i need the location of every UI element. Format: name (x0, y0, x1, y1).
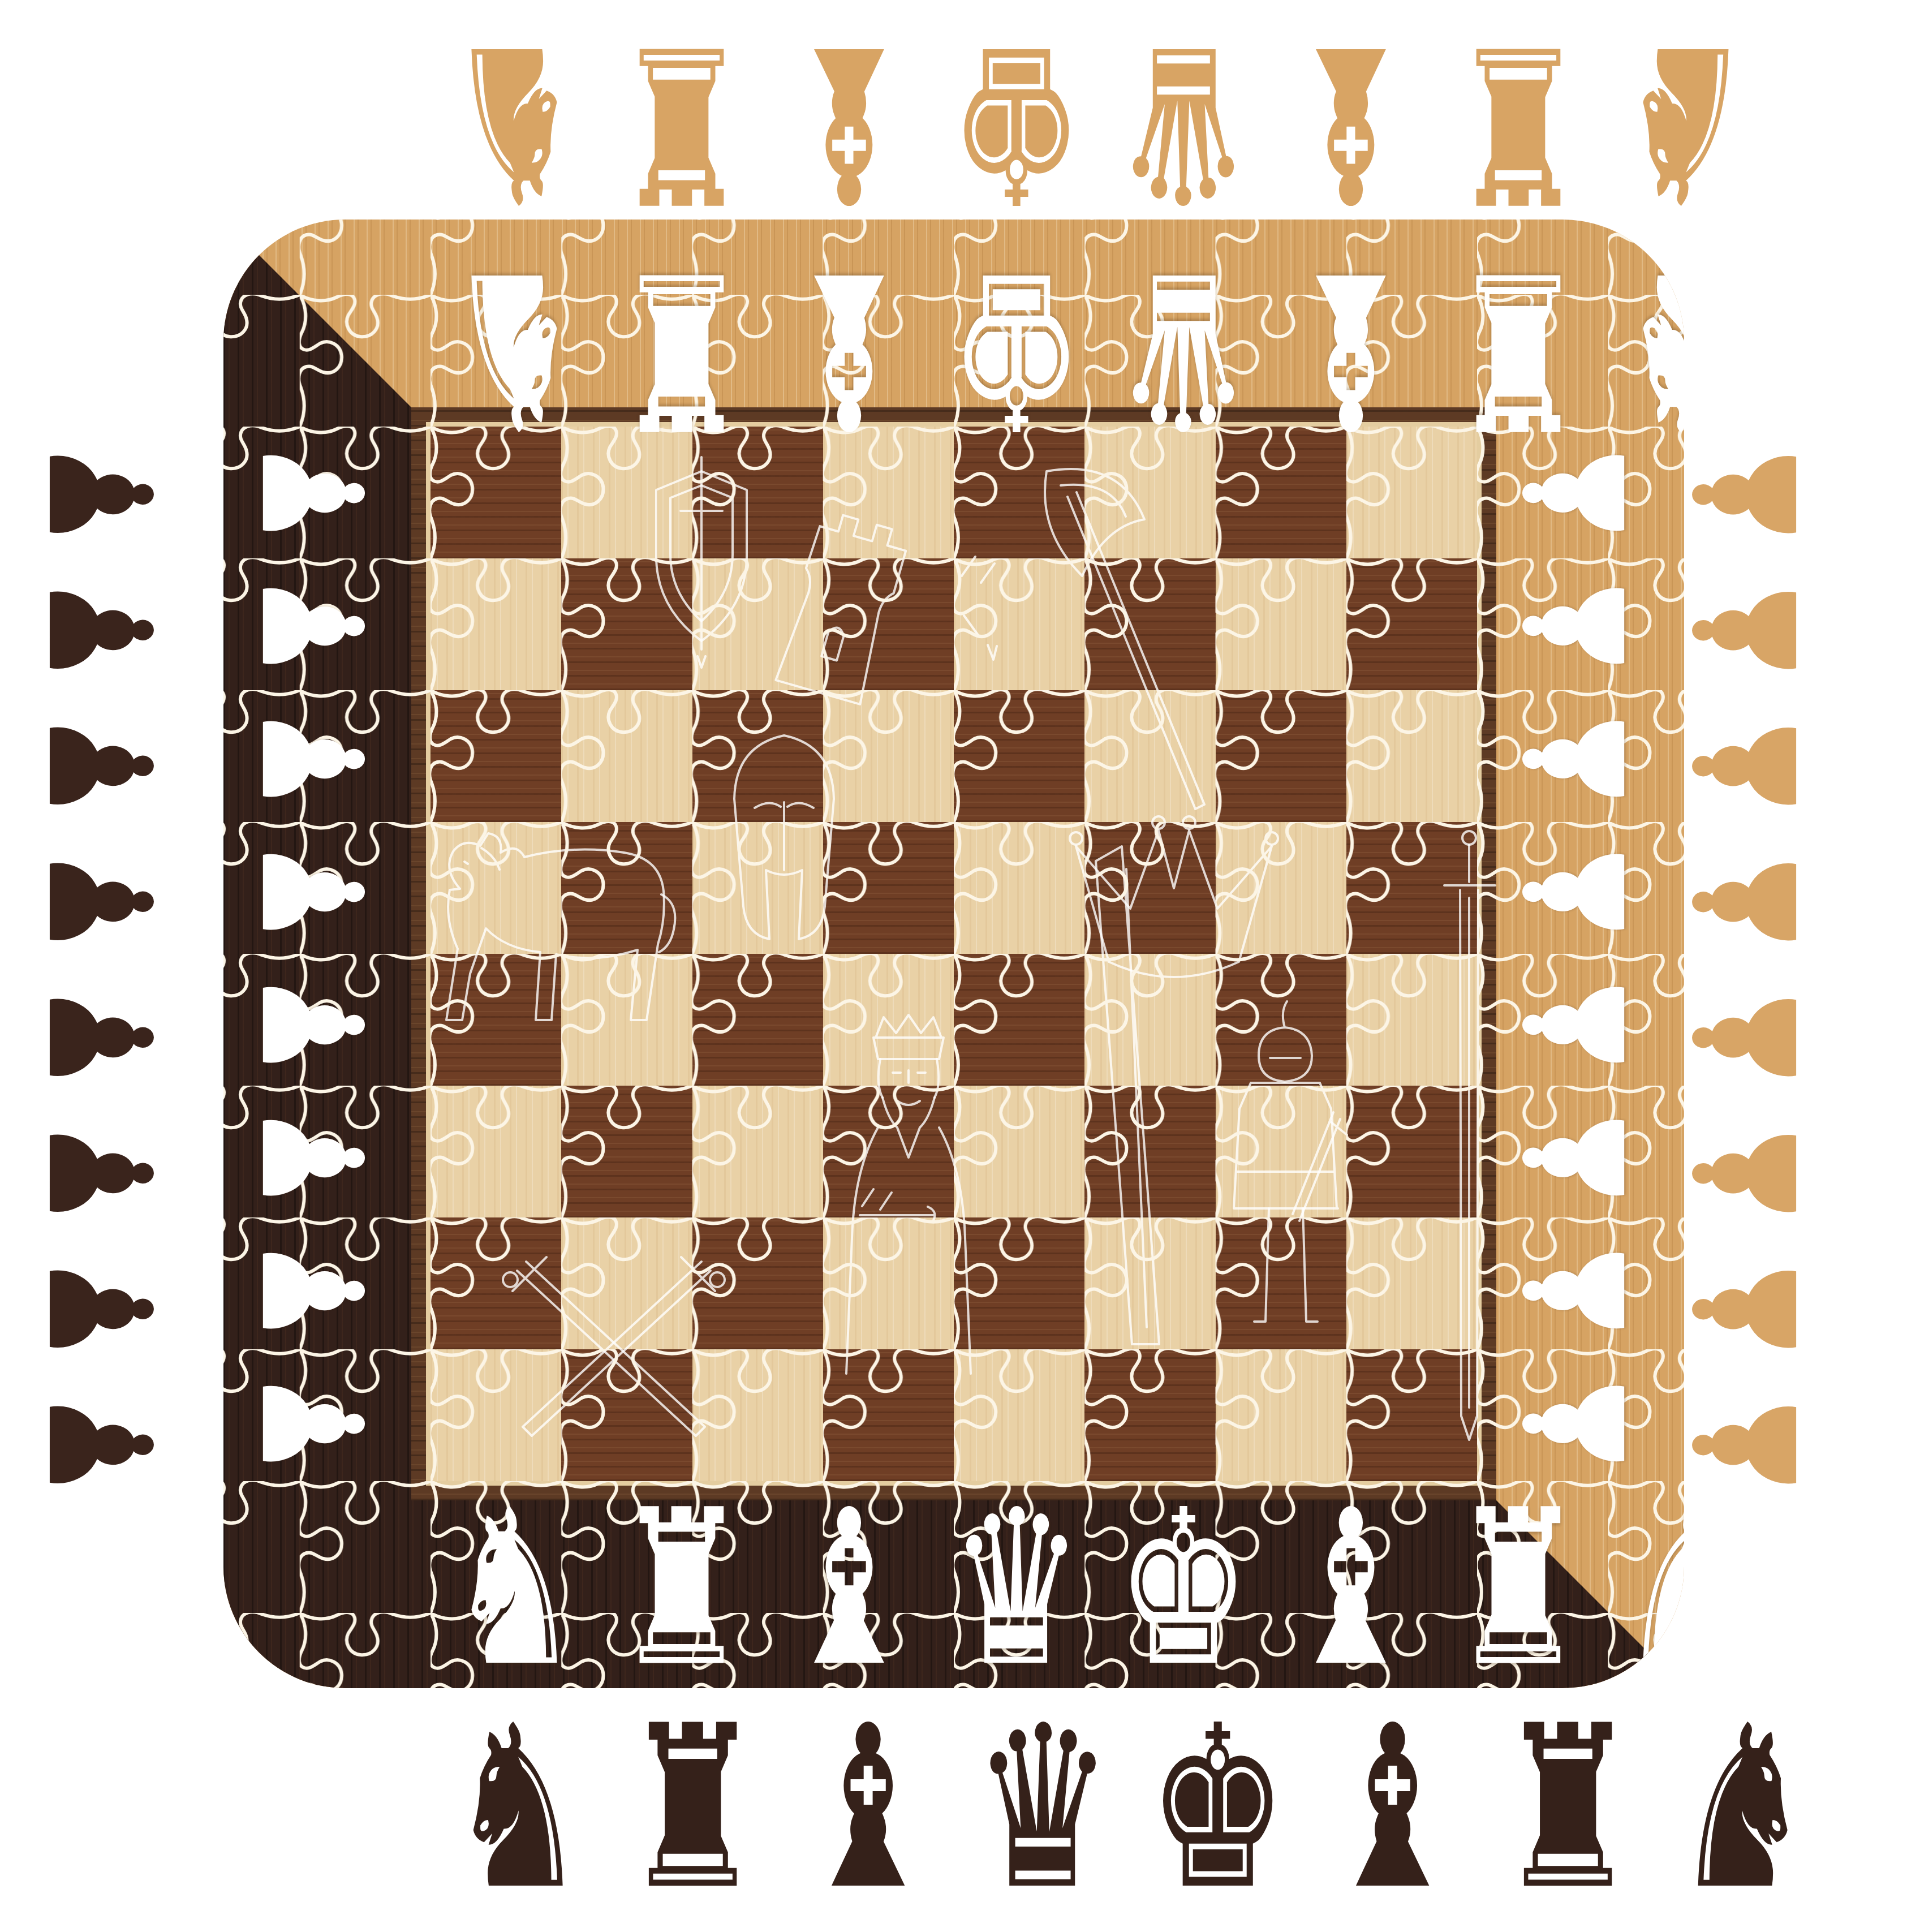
loose-top-cell: ♚ (933, 44, 1100, 203)
cutout-top-king-4: ♚ (949, 242, 1083, 457)
cutout-right-pawn-8: ♟ (1506, 1367, 1646, 1480)
square-g4 (1216, 954, 1346, 1086)
square-g7 (1216, 558, 1346, 690)
loose-left-cell: ♟ (50, 1105, 149, 1241)
cutout-right-pawn-3: ♟ (1506, 702, 1646, 815)
cutout-bottom-bishop-3: ♝ (782, 1481, 916, 1688)
cutout-top-knight-1: ♞ (447, 242, 582, 457)
cutout-right-cell: ♟ (1508, 692, 1643, 825)
loose-left-pawn-5: ♟ (28, 980, 171, 1095)
loose-top-rook-2: ♜ (614, 16, 748, 231)
loose-right-cell: ♟ (1697, 1377, 1796, 1513)
cutout-right-pawn-6: ♟ (1506, 1101, 1646, 1214)
loose-left-cell: ♟ (50, 427, 149, 562)
cutout-top-knight-8: ♞ (1618, 242, 1684, 457)
cutout-top-cell: ♝ (1267, 265, 1435, 434)
cutout-right-cell: ♟ (1508, 825, 1643, 958)
loose-top-king-4: ♚ (949, 16, 1083, 231)
square-d6 (823, 690, 954, 822)
cutout-left-pawn-5: ♟ (242, 968, 381, 1081)
square-e1 (954, 1349, 1084, 1481)
square-c2 (692, 1217, 823, 1349)
square-g6 (1216, 690, 1346, 822)
loose-left-pawn-2: ♟ (28, 573, 171, 688)
loose-bottom-cell: ♛ (955, 1717, 1130, 1898)
cutout-bottom-cell: ♜ (1435, 1504, 1602, 1673)
loose-bottom-bishop-6: ♝ (1323, 1696, 1462, 1920)
loose-top-bishop-6: ♝ (1284, 16, 1418, 231)
square-f2 (1084, 1217, 1215, 1349)
cutout-left-cell: ♟ (243, 560, 379, 692)
square-d2 (823, 1217, 954, 1349)
cutout-left-pawn-2: ♟ (242, 569, 381, 682)
cutout-bottom-cell: ♜ (598, 1504, 765, 1673)
square-d1 (823, 1349, 954, 1481)
loose-top-knight-1: ♞ (447, 16, 582, 231)
square-g2 (1216, 1217, 1346, 1349)
cutout-bottom-cell: ♛ (933, 1504, 1100, 1673)
square-c4 (692, 954, 823, 1086)
loose-top-knight-8: ♞ (1618, 16, 1753, 231)
square-b3 (561, 1086, 692, 1217)
cutout-top-cell: ♜ (1435, 265, 1602, 434)
square-e4 (954, 954, 1084, 1086)
square-b2 (561, 1217, 692, 1349)
loose-top-cell: ♞ (431, 44, 598, 203)
cutout-right-cell: ♟ (1508, 1091, 1643, 1224)
loose-right-cell: ♟ (1697, 562, 1796, 698)
cutout-top-cell: ♚ (933, 265, 1100, 434)
square-e6 (954, 690, 1084, 822)
walnut-frame (411, 407, 1496, 1500)
square-g1 (1216, 1349, 1346, 1481)
cutout-bottom-queen-4: ♛ (949, 1481, 1083, 1688)
square-e7 (954, 558, 1084, 690)
loose-right-cell: ♟ (1697, 1241, 1796, 1377)
cutout-right-pawn-4: ♟ (1506, 835, 1646, 948)
loose-bottom-queen-4: ♛ (973, 1696, 1113, 1920)
cutout-bottom-cell: ♚ (1100, 1504, 1267, 1673)
cutout-top-bishop-3: ♝ (782, 242, 916, 457)
cutout-bottom-king-5: ♚ (1117, 1481, 1251, 1688)
loose-left-pawn-7: ♟ (28, 1251, 171, 1367)
cutout-left-pawn-6: ♟ (242, 1101, 381, 1214)
border-cutouts-left: ♟♟♟♟♟♟♟♟ (243, 427, 379, 1481)
loose-top-cell: ♝ (765, 44, 933, 203)
square-e2 (954, 1217, 1084, 1349)
puzzle-product-render: ♞♜♝♚♛♝♜♞ (0, 0, 1907, 1932)
cutout-right-pawn-5: ♟ (1506, 968, 1646, 1081)
cutout-right-cell: ♟ (1508, 560, 1643, 692)
cutout-top-rook-7: ♜ (1452, 242, 1586, 457)
square-g3 (1216, 1086, 1346, 1217)
loose-left-cell: ♟ (50, 970, 149, 1105)
square-b7 (561, 558, 692, 690)
loose-bottom-rook-2: ♜ (623, 1696, 763, 1920)
loose-left-pawn-3: ♟ (28, 708, 171, 824)
cutout-top-bishop-6: ♝ (1284, 242, 1418, 457)
cutout-left-cell: ♟ (243, 1224, 379, 1357)
loose-top-cell: ♜ (1435, 44, 1602, 203)
loose-top-cell: ♝ (1267, 44, 1435, 203)
cutout-left-pawn-3: ♟ (242, 702, 381, 815)
loose-left-pawn-6: ♟ (28, 1116, 171, 1231)
loose-left-cell: ♟ (50, 1377, 149, 1513)
loose-bottom-cell: ♝ (1305, 1717, 1480, 1898)
cutout-top-cell: ♞ (1602, 265, 1684, 434)
square-c6 (692, 690, 823, 822)
loose-right-cell: ♟ (1697, 834, 1796, 970)
loose-top-rook-7: ♜ (1452, 16, 1586, 231)
square-h6 (1346, 690, 1477, 822)
cutout-left-pawn-8: ♟ (242, 1367, 381, 1480)
cutout-left-pawn-7: ♟ (242, 1234, 381, 1347)
loose-right-pawn-2: ♟ (1676, 573, 1818, 688)
square-a2 (431, 1217, 561, 1349)
loose-right-cell: ♟ (1697, 970, 1796, 1105)
loose-bottom-cell: ♞ (1655, 1717, 1830, 1898)
loose-bottom-cell: ♜ (605, 1717, 780, 1898)
square-b4 (561, 954, 692, 1086)
loose-top-cell: ♜ (598, 44, 765, 203)
cutout-right-pawn-1: ♟ (1506, 436, 1646, 549)
square-e5 (954, 822, 1084, 954)
cutout-right-pawn-2: ♟ (1506, 569, 1646, 682)
square-h4 (1346, 954, 1477, 1086)
loose-right-pawn-4: ♟ (1676, 844, 1818, 959)
loose-left-cell: ♟ (50, 698, 149, 834)
loose-right-pawn-6: ♟ (1676, 1116, 1818, 1231)
loose-right-cell: ♟ (1697, 427, 1796, 562)
cutout-right-cell: ♟ (1508, 427, 1643, 560)
cutout-bottom-knight-8: ♞ (1618, 1481, 1684, 1688)
loose-bottom-cell: ♚ (1130, 1717, 1305, 1898)
loose-right-pawn-3: ♟ (1676, 708, 1818, 824)
square-f6 (1084, 690, 1215, 822)
loose-right-cell: ♟ (1697, 698, 1796, 834)
border-cutouts-top: ♞♜♝♚♛♝♜♞ (431, 265, 1477, 434)
square-c5 (692, 822, 823, 954)
square-c7 (692, 558, 823, 690)
loose-left-pawn-4: ♟ (28, 844, 171, 959)
loose-right-pawn-5: ♟ (1676, 980, 1818, 1095)
cutout-right-pawn-7: ♟ (1506, 1234, 1646, 1347)
square-a4 (431, 954, 561, 1086)
loose-right-pawn-1: ♟ (1676, 437, 1818, 552)
square-d7 (823, 558, 954, 690)
loose-right-cell: ♟ (1697, 1105, 1796, 1241)
cutout-left-cell: ♟ (243, 958, 379, 1091)
cutout-top-cell: ♞ (431, 265, 598, 434)
square-h1 (1346, 1349, 1477, 1481)
square-a6 (431, 690, 561, 822)
checkerboard (431, 427, 1477, 1481)
cutout-left-pawn-1: ♟ (242, 436, 381, 549)
square-a5 (431, 822, 561, 954)
puzzle-chessboard: ♞♜♝♚♛♝♜♞ ♞♜♝♛♚♝♜♞ ♟♟♟♟♟♟♟♟ ♟♟♟♟♟♟♟♟ (223, 220, 1684, 1688)
cutout-top-cell: ♛ (1100, 265, 1267, 434)
square-a1 (431, 1349, 561, 1481)
square-f5 (1084, 822, 1215, 954)
square-c3 (692, 1086, 823, 1217)
loose-left-cell: ♟ (50, 562, 149, 698)
cutout-bottom-cell: ♞ (1602, 1504, 1684, 1673)
cutout-left-cell: ♟ (243, 825, 379, 958)
square-b1 (561, 1349, 692, 1481)
loose-bottom-bishop-3: ♝ (798, 1696, 938, 1920)
cutout-left-cell: ♟ (243, 692, 379, 825)
loose-pawns-right-column: ♟♟♟♟♟♟♟♟ (1697, 427, 1796, 1481)
loose-top-bishop-3: ♝ (782, 16, 916, 231)
cutout-left-cell: ♟ (243, 1091, 379, 1224)
loose-right-pawn-8: ♟ (1676, 1387, 1818, 1503)
cutout-left-pawn-4: ♟ (242, 835, 381, 948)
cutout-bottom-rook-7: ♜ (1452, 1481, 1586, 1688)
cutout-right-cell: ♟ (1508, 958, 1643, 1091)
loose-bottom-king-5: ♚ (1148, 1696, 1288, 1920)
loose-pawns-left-column: ♟♟♟♟♟♟♟♟ (50, 427, 149, 1481)
square-h3 (1346, 1086, 1477, 1217)
square-h7 (1346, 558, 1477, 690)
cutout-bottom-rook-2: ♜ (614, 1481, 748, 1688)
cutout-right-cell: ♟ (1508, 1224, 1643, 1357)
loose-left-pawn-8: ♟ (28, 1387, 171, 1503)
loose-top-cell: ♛ (1100, 44, 1267, 203)
loose-bottom-cell: ♞ (431, 1717, 605, 1898)
loose-top-queen-5: ♛ (1117, 16, 1251, 231)
loose-bottom-cell: ♝ (781, 1717, 955, 1898)
square-g5 (1216, 822, 1346, 954)
cutout-top-rook-2: ♜ (614, 242, 748, 457)
border-cutouts-bottom: ♞♜♝♛♚♝♜♞ (431, 1504, 1477, 1673)
loose-pieces-bottom-row: ♞♜♝♛♚♝♜♞ (431, 1717, 1477, 1898)
square-h5 (1346, 822, 1477, 954)
loose-bottom-knight-8: ♞ (1673, 1696, 1813, 1920)
cutout-left-cell: ♟ (243, 427, 379, 560)
square-h2 (1346, 1217, 1477, 1349)
loose-pieces-top-row: ♞♜♝♚♛♝♜♞ (431, 44, 1477, 203)
square-f7 (1084, 558, 1215, 690)
cutout-top-cell: ♜ (598, 265, 765, 434)
square-f3 (1084, 1086, 1215, 1217)
cutout-bottom-bishop-6: ♝ (1284, 1481, 1418, 1688)
loose-bottom-cell: ♜ (1480, 1717, 1655, 1898)
border-cutouts-right: ♟♟♟♟♟♟♟♟ (1508, 427, 1643, 1481)
square-f1 (1084, 1349, 1215, 1481)
square-d3 (823, 1086, 954, 1217)
square-e3 (954, 1086, 1084, 1217)
cutout-top-cell: ♝ (765, 265, 933, 434)
square-c1 (692, 1349, 823, 1481)
square-f4 (1084, 954, 1215, 1086)
loose-bottom-knight-1: ♞ (448, 1696, 588, 1920)
cutout-left-cell: ♟ (243, 1357, 379, 1490)
square-d4 (823, 954, 954, 1086)
cutout-right-cell: ♟ (1508, 1357, 1643, 1490)
cutout-bottom-cell: ♝ (765, 1504, 933, 1673)
loose-left-cell: ♟ (50, 834, 149, 970)
cutout-bottom-knight-1: ♞ (447, 1481, 582, 1688)
loose-top-cell: ♞ (1602, 44, 1770, 203)
loose-right-pawn-7: ♟ (1676, 1251, 1818, 1367)
square-b6 (561, 690, 692, 822)
loose-left-cell: ♟ (50, 1241, 149, 1377)
square-a7 (431, 558, 561, 690)
loose-bottom-rook-7: ♜ (1498, 1696, 1638, 1920)
square-b5 (561, 822, 692, 954)
cutout-top-queen-5: ♛ (1117, 242, 1251, 457)
loose-left-pawn-1: ♟ (28, 437, 171, 552)
cutout-bottom-cell: ♞ (431, 1504, 598, 1673)
square-d5 (823, 822, 954, 954)
cutout-bottom-cell: ♝ (1267, 1504, 1435, 1673)
square-a3 (431, 1086, 561, 1217)
